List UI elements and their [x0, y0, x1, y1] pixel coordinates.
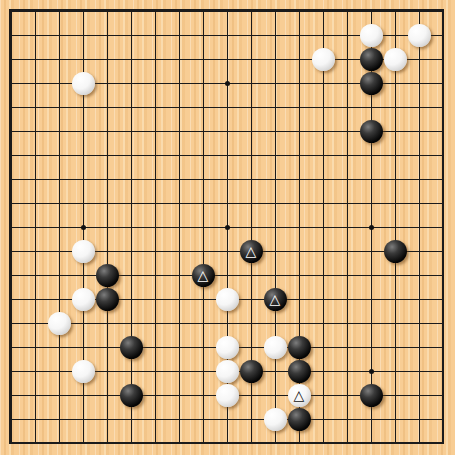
- white-stone[interactable]: [216, 384, 239, 407]
- white-stone[interactable]: [360, 24, 383, 47]
- white-stone[interactable]: [72, 240, 95, 263]
- black-stone[interactable]: [288, 408, 311, 431]
- black-stone[interactable]: △: [192, 264, 215, 287]
- white-stone[interactable]: [72, 360, 95, 383]
- star-point: [81, 225, 86, 230]
- white-stone[interactable]: [384, 48, 407, 71]
- triangle-marker: △: [294, 388, 305, 402]
- white-stone[interactable]: [216, 360, 239, 383]
- go-board[interactable]: △△△△: [0, 0, 455, 455]
- triangle-marker: △: [198, 268, 209, 282]
- black-stone[interactable]: [120, 384, 143, 407]
- black-stone[interactable]: [96, 288, 119, 311]
- black-stone[interactable]: [360, 72, 383, 95]
- white-stone[interactable]: [48, 312, 71, 335]
- black-stone[interactable]: △: [264, 288, 287, 311]
- white-stone[interactable]: [72, 72, 95, 95]
- triangle-marker: △: [246, 244, 257, 258]
- black-stone[interactable]: [96, 264, 119, 287]
- triangle-marker: △: [270, 292, 281, 306]
- black-stone[interactable]: [360, 384, 383, 407]
- white-stone[interactable]: [216, 336, 239, 359]
- star-point: [369, 369, 374, 374]
- white-stone[interactable]: [264, 408, 287, 431]
- black-stone[interactable]: △: [240, 240, 263, 263]
- black-stone[interactable]: [360, 48, 383, 71]
- white-stone[interactable]: [72, 288, 95, 311]
- black-stone[interactable]: [120, 336, 143, 359]
- black-stone[interactable]: [384, 240, 407, 263]
- white-stone[interactable]: [312, 48, 335, 71]
- star-point: [225, 225, 230, 230]
- black-stone[interactable]: [288, 336, 311, 359]
- white-stone[interactable]: △: [288, 384, 311, 407]
- star-point: [225, 81, 230, 86]
- black-stone[interactable]: [360, 120, 383, 143]
- black-stone[interactable]: [288, 360, 311, 383]
- white-stone[interactable]: [264, 336, 287, 359]
- star-point: [369, 225, 374, 230]
- white-stone[interactable]: [216, 288, 239, 311]
- white-stone[interactable]: [408, 24, 431, 47]
- black-stone[interactable]: [240, 360, 263, 383]
